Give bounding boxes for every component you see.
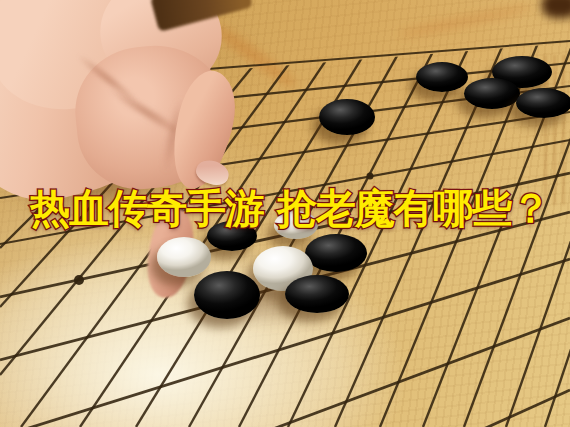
headline-text: 热血传奇手游 抢老魔有哪些？ xyxy=(30,186,550,230)
stone-black[interactable] xyxy=(285,275,349,313)
stone-black[interactable] xyxy=(319,99,375,135)
stone-white[interactable] xyxy=(157,237,211,277)
photo-canvas: 热血传奇手游 抢老魔有哪些？ xyxy=(0,0,570,427)
stone-black[interactable] xyxy=(305,234,367,272)
stone-black[interactable] xyxy=(194,271,260,319)
stone-black[interactable] xyxy=(516,88,570,118)
stone-black[interactable] xyxy=(416,62,468,92)
stone-black[interactable] xyxy=(464,78,520,109)
